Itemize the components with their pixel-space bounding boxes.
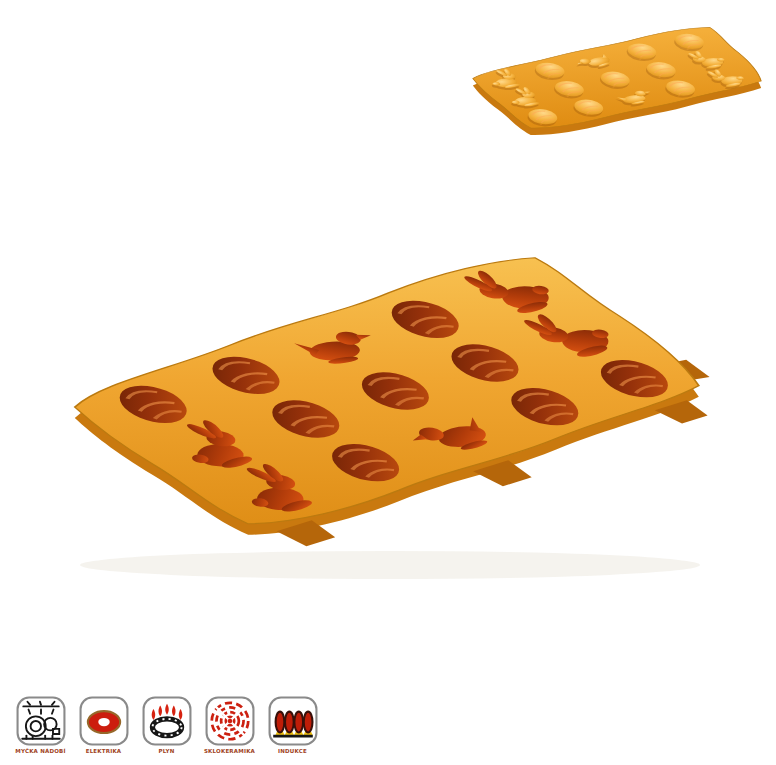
icon-label-gas: PLYN <box>158 748 174 754</box>
product-photo <box>0 0 776 690</box>
inset-product-photo <box>466 23 772 140</box>
induction-icon <box>268 696 318 746</box>
icon-label-electric: ELEKTRIKA <box>86 748 122 754</box>
icon-gas-hob: PLYN <box>138 696 195 754</box>
glass-ceramic-icon <box>205 696 255 746</box>
icon-label-dishwasher: MYČKA NÁDOBÍ <box>15 748 65 754</box>
main-product-photo <box>55 248 753 579</box>
icon-glass-ceramic-hob: SKLOKERAMIKA <box>201 696 258 754</box>
icon-label-glass-ceramic: SKLOKERAMIKA <box>204 748 255 754</box>
icon-induction-hob: INDUKCE <box>264 696 321 754</box>
icon-dishwasher-safe: MYČKA NÁDOBÍ <box>12 696 69 754</box>
icon-label-induction: INDUKCE <box>278 748 307 754</box>
dishwasher-icon <box>16 696 66 746</box>
gas-hob-icon <box>142 696 192 746</box>
icon-electric-hob: ELEKTRIKA <box>75 696 132 754</box>
compatibility-icons-row: MYČKA NÁDOBÍ ELEKTRIKA <box>12 696 321 754</box>
product-photo-page: MYČKA NÁDOBÍ ELEKTRIKA <box>0 0 776 765</box>
electric-hob-icon <box>79 696 129 746</box>
soft-shadow <box>80 551 700 579</box>
